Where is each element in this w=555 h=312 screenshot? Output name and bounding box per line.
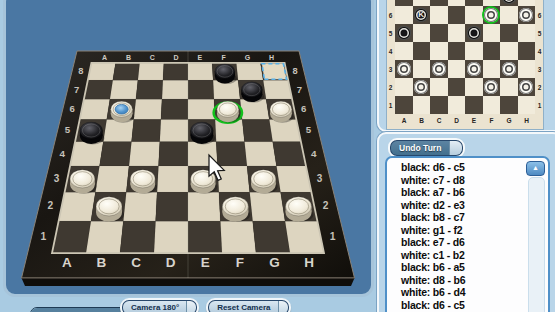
rank-label-right-8: 8 (293, 66, 298, 76)
file-label-top-f: F (222, 54, 227, 61)
square-3d-e6[interactable] (188, 99, 215, 119)
square-3d-c2[interactable] (123, 192, 157, 221)
move-row: white: c7 - d8 (387, 174, 548, 187)
square-3d-d6[interactable] (161, 99, 188, 119)
mini-square-h4 (518, 42, 536, 60)
mini-square-b5 (413, 24, 431, 42)
mini-square-f3 (483, 60, 501, 78)
rank-label-left-4: 4 (60, 148, 66, 159)
mini-square-d2 (448, 78, 466, 96)
piece-3d-white-f2[interactable] (222, 197, 250, 222)
file-label-top-d: D (174, 54, 179, 61)
reset-camera-label: Reset Camera (209, 301, 277, 312)
file-label-top-g: G (245, 54, 251, 61)
mini-file-b: B (417, 117, 427, 124)
mini-square-c1 (430, 96, 448, 114)
move-list-panel: Undo Turn black: d6 - c5white: c7 - d8bl… (377, 132, 555, 312)
mini-square-d5 (448, 24, 466, 42)
mini-rank-right-6: 6 (535, 12, 545, 19)
square-3d-e8[interactable] (188, 63, 213, 81)
camera-180-flap (186, 301, 196, 312)
move-row: black: d6 - c5 (387, 299, 548, 312)
mini-square-a6 (395, 6, 413, 24)
square-3d-c1[interactable] (120, 221, 156, 253)
mini-square-c2 (430, 78, 448, 96)
square-3d-g2[interactable] (250, 192, 285, 221)
move-row: white: d8 - b6 (387, 274, 548, 287)
mini-piece-white-g3 (502, 62, 516, 76)
move-row: black: b8 - c7 (387, 211, 548, 224)
mini-rank-left-4: 4 (386, 48, 396, 55)
mini-square-e6 (465, 6, 483, 24)
rank-label-right-2: 2 (323, 200, 329, 211)
file-label-bottom-b: B (97, 255, 107, 270)
square-3d-c4[interactable] (129, 142, 160, 166)
rank-label-right-1: 1 (330, 231, 336, 242)
mini-square-e1 (465, 96, 483, 114)
blue-top-highlight (115, 104, 128, 114)
move-row: white: g1 - f2 (387, 224, 548, 237)
mini-rank-right-3: 3 (535, 66, 545, 73)
mini-square-d6 (448, 6, 466, 24)
board-3d[interactable]: AABBCCDDEEFFGGHH1122334455667788 (0, 0, 380, 312)
square-3d-f1[interactable] (220, 221, 256, 253)
mini-rank-right-7: 7 (535, 0, 545, 1)
square-3d-d5[interactable] (160, 120, 188, 142)
piece-3d-white-f6[interactable] (214, 101, 242, 123)
move-row: black: a7 - b6 (387, 186, 548, 199)
mini-rank-right-2: 2 (535, 84, 545, 91)
square-3d-e1[interactable] (188, 221, 222, 253)
mini-square-g5 (500, 24, 518, 42)
mini-file-d: D (452, 117, 462, 124)
mini-piece-white-e3 (467, 62, 481, 76)
piece-3d-white-g3[interactable] (251, 170, 278, 194)
mini-square-e2 (465, 78, 483, 96)
square-3d-b7[interactable] (110, 80, 138, 99)
mini-square-f5 (483, 24, 501, 42)
rank-label-left-6: 6 (70, 103, 75, 114)
mini-rank-left-7: 7 (386, 0, 396, 1)
square-3d-c8[interactable] (138, 63, 164, 81)
piece-3d-white-b2[interactable] (96, 197, 124, 222)
file-label-bottom-g: G (269, 255, 280, 270)
rank-label-left-7: 7 (74, 84, 79, 95)
scroll-up-button[interactable]: ▲ (526, 161, 545, 176)
square-3d-e7[interactable] (188, 80, 214, 99)
mini-piece-black-a5 (397, 26, 411, 40)
file-label-top-h: H (269, 54, 274, 61)
square-3d-d8[interactable] (163, 63, 188, 81)
camera-180-button[interactable]: Camera 180° (120, 298, 199, 312)
mini-rank-right-1: 1 (535, 102, 545, 109)
rank-label-right-3: 3 (317, 173, 323, 184)
mini-board-panel: K 8877665544332211ABCDEFGH (377, 0, 555, 132)
king-letter: K (418, 11, 424, 19)
rank-label-left-3: 3 (54, 173, 60, 184)
mini-square-h5 (518, 24, 536, 42)
file-label-bottom-f: F (236, 255, 244, 270)
rank-label-left-2: 2 (47, 200, 53, 211)
scrollbar-track[interactable] (528, 177, 545, 312)
mini-square-f1 (483, 96, 501, 114)
square-3d-b4[interactable] (100, 142, 132, 166)
mini-piece-white-a3 (397, 62, 411, 76)
mini-rank-left-6: 6 (386, 12, 396, 19)
move-row: white: d2 - e3 (387, 199, 548, 212)
board-edge-3d (22, 278, 355, 286)
square-3d-b3[interactable] (95, 166, 129, 192)
square-3d-c7[interactable] (136, 80, 163, 99)
mini-rank-right-4: 4 (535, 48, 545, 55)
square-3d-g8[interactable] (236, 63, 263, 81)
mini-square-a2 (395, 78, 413, 96)
file-label-top-b: B (126, 54, 131, 61)
mini-square-g2 (500, 78, 518, 96)
undo-turn-button[interactable]: Undo Turn (388, 138, 465, 158)
move-row: black: e7 - d6 (387, 236, 548, 249)
file-label-top-a: A (102, 54, 107, 61)
mini-board: K (395, 0, 535, 114)
rank-label-right-4: 4 (311, 148, 317, 159)
square-3d-c5[interactable] (132, 120, 161, 142)
mini-square-h3 (518, 60, 536, 78)
move-row: white: b6 - d4 (387, 286, 548, 299)
mini-square-g1 (500, 96, 518, 114)
mini-square-e4 (465, 42, 483, 60)
selected-square-dashed[interactable] (262, 64, 287, 80)
mini-square-f4 (483, 42, 501, 60)
reset-camera-button[interactable]: Reset Camera (206, 298, 290, 312)
piece-3d-white-a3[interactable] (70, 170, 97, 194)
move-row: black: b6 - a5 (387, 261, 548, 274)
file-label-bottom-c: C (131, 255, 141, 270)
mini-piece-black-e5 (467, 26, 481, 40)
file-label-top-e: E (198, 54, 203, 61)
square-3d-a7[interactable] (84, 80, 113, 99)
camera-180-label: Camera 180° (123, 301, 186, 312)
mini-file-e: E (469, 117, 479, 124)
rank-label-left-1: 1 (41, 231, 47, 242)
square-3d-d4[interactable] (159, 142, 189, 166)
file-label-bottom-e: E (201, 255, 210, 270)
square-3d-f4[interactable] (216, 142, 247, 166)
mini-file-g: G (504, 117, 514, 124)
file-label-bottom-d: D (166, 255, 176, 270)
mini-file-h: H (522, 117, 532, 124)
mini-square-h1 (518, 96, 536, 114)
mini-square-a1 (395, 96, 413, 114)
file-label-bottom-h: H (304, 255, 314, 270)
mini-square-b3 (413, 60, 431, 78)
square-3d-d2[interactable] (156, 192, 188, 221)
rank-label-left-8: 8 (78, 66, 83, 76)
square-3d-e2[interactable] (188, 192, 220, 221)
square-3d-g1[interactable] (253, 221, 290, 253)
undo-turn-flap (449, 141, 462, 155)
square-3d-b5[interactable] (103, 120, 134, 142)
undo-turn-label: Undo Turn (391, 141, 449, 155)
rank-label-right-6: 6 (301, 103, 306, 114)
piece-3d-white-h2[interactable] (286, 197, 314, 222)
square-3d-b1[interactable] (86, 221, 123, 253)
mini-square-c6 (430, 6, 448, 24)
mini-file-c: C (434, 117, 444, 124)
mini-square-d1 (448, 96, 466, 114)
square-3d-b8[interactable] (113, 63, 140, 81)
mini-square-g6 (500, 6, 518, 24)
camera-button-row: Camera 180° Reset Camera (120, 298, 291, 312)
piece-3d-white-c3[interactable] (130, 170, 157, 194)
mini-rank-right-5: 5 (535, 30, 545, 37)
mini-square-a4 (395, 42, 413, 60)
rank-label-right-7: 7 (297, 84, 302, 95)
move-row: white: c1 - b2 (387, 249, 548, 262)
mini-piece-white-c3 (432, 62, 446, 76)
rank-label-right-5: 5 (306, 124, 312, 135)
mini-rank-left-2: 2 (386, 84, 396, 91)
mini-square-c5 (430, 24, 448, 42)
file-label-bottom-a: A (62, 255, 72, 270)
move-list[interactable]: black: d6 - c5white: c7 - d8black: a7 - … (385, 156, 550, 312)
square-3d-g4[interactable] (245, 142, 277, 166)
mini-rank-left-1: 1 (386, 102, 396, 109)
square-3d-d1[interactable] (154, 221, 188, 253)
mini-square-d4 (448, 42, 466, 60)
square-3d-a8[interactable] (88, 63, 116, 81)
mini-rank-left-5: 5 (386, 30, 396, 37)
rank-label-left-5: 5 (65, 124, 71, 135)
mini-square-b4 (413, 42, 431, 60)
mini-square-c4 (430, 42, 448, 60)
mini-file-a: A (399, 117, 409, 124)
reset-camera-flap (278, 301, 288, 312)
mini-square-b1 (413, 96, 431, 114)
square-3d-h7[interactable] (263, 80, 292, 99)
mini-file-f: F (487, 117, 497, 124)
mini-board-frame: K 8877665544332211ABCDEFGH (386, 0, 544, 130)
mini-square-g4 (500, 42, 518, 60)
mini-rank-left-3: 3 (386, 66, 396, 73)
square-3d-g5[interactable] (242, 120, 273, 142)
square-3d-c6[interactable] (134, 99, 162, 119)
file-label-top-c: C (150, 54, 155, 61)
move-row: black: d6 - c5 (387, 161, 548, 174)
square-3d-d7[interactable] (162, 80, 188, 99)
square-3d-d3[interactable] (157, 166, 188, 192)
mini-square-d3 (448, 60, 466, 78)
